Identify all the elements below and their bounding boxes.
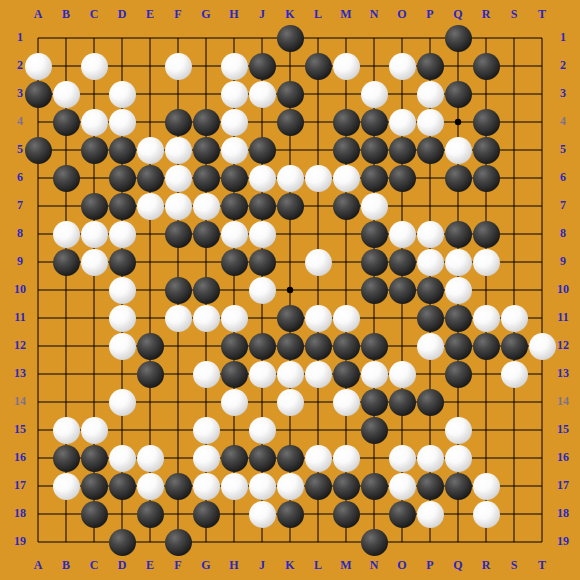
intersection-G19[interactable]: [192, 528, 220, 556]
intersection-M5[interactable]: [332, 136, 360, 164]
intersection-O10[interactable]: [388, 276, 416, 304]
intersection-M8[interactable]: [332, 220, 360, 248]
intersection-F15[interactable]: [164, 416, 192, 444]
intersection-M12[interactable]: [332, 332, 360, 360]
intersection-D15[interactable]: [108, 416, 136, 444]
intersection-T16[interactable]: [528, 444, 556, 472]
intersection-J3[interactable]: [248, 80, 276, 108]
intersection-N5[interactable]: [360, 136, 388, 164]
intersection-O1[interactable]: [388, 24, 416, 52]
intersection-L8[interactable]: [304, 220, 332, 248]
intersection-O12[interactable]: [388, 332, 416, 360]
intersection-Q19[interactable]: [444, 528, 472, 556]
intersection-T14[interactable]: [528, 388, 556, 416]
intersection-K16[interactable]: [276, 444, 304, 472]
intersection-O13[interactable]: [388, 360, 416, 388]
intersection-D16[interactable]: [108, 444, 136, 472]
intersection-S18[interactable]: [500, 500, 528, 528]
intersection-M18[interactable]: [332, 500, 360, 528]
intersection-D8[interactable]: [108, 220, 136, 248]
intersection-Q2[interactable]: [444, 52, 472, 80]
intersection-L11[interactable]: [304, 304, 332, 332]
intersection-G7[interactable]: [192, 192, 220, 220]
intersection-Q1[interactable]: [444, 24, 472, 52]
intersection-N10[interactable]: [360, 276, 388, 304]
intersection-A1[interactable]: [24, 24, 52, 52]
intersection-R13[interactable]: [472, 360, 500, 388]
intersection-J10[interactable]: [248, 276, 276, 304]
intersection-M14[interactable]: [332, 388, 360, 416]
intersection-K13[interactable]: [276, 360, 304, 388]
intersection-L15[interactable]: [304, 416, 332, 444]
intersection-D12[interactable]: [108, 332, 136, 360]
intersection-Q3[interactable]: [444, 80, 472, 108]
intersection-T8[interactable]: [528, 220, 556, 248]
intersection-O7[interactable]: [388, 192, 416, 220]
intersection-S13[interactable]: [500, 360, 528, 388]
intersection-L1[interactable]: [304, 24, 332, 52]
intersection-K7[interactable]: [276, 192, 304, 220]
intersection-Q9[interactable]: [444, 248, 472, 276]
intersection-N14[interactable]: [360, 388, 388, 416]
intersection-N3[interactable]: [360, 80, 388, 108]
intersection-O14[interactable]: [388, 388, 416, 416]
intersection-N9[interactable]: [360, 248, 388, 276]
intersection-B10[interactable]: [52, 276, 80, 304]
intersection-S15[interactable]: [500, 416, 528, 444]
intersection-K10[interactable]: [276, 276, 304, 304]
intersection-J8[interactable]: [248, 220, 276, 248]
intersection-J17[interactable]: [248, 472, 276, 500]
intersection-D18[interactable]: [108, 500, 136, 528]
intersection-C11[interactable]: [80, 304, 108, 332]
intersection-K4[interactable]: [276, 108, 304, 136]
intersection-C9[interactable]: [80, 248, 108, 276]
intersection-Q10[interactable]: [444, 276, 472, 304]
intersection-H19[interactable]: [220, 528, 248, 556]
intersection-L19[interactable]: [304, 528, 332, 556]
intersection-C10[interactable]: [80, 276, 108, 304]
intersection-T15[interactable]: [528, 416, 556, 444]
intersection-A19[interactable]: [24, 528, 52, 556]
intersection-F10[interactable]: [164, 276, 192, 304]
intersection-S8[interactable]: [500, 220, 528, 248]
intersection-J2[interactable]: [248, 52, 276, 80]
intersection-O15[interactable]: [388, 416, 416, 444]
intersection-S16[interactable]: [500, 444, 528, 472]
intersection-D9[interactable]: [108, 248, 136, 276]
intersection-R8[interactable]: [472, 220, 500, 248]
intersection-E6[interactable]: [136, 164, 164, 192]
intersection-S17[interactable]: [500, 472, 528, 500]
intersection-B8[interactable]: [52, 220, 80, 248]
intersection-A15[interactable]: [24, 416, 52, 444]
intersection-O8[interactable]: [388, 220, 416, 248]
intersection-F3[interactable]: [164, 80, 192, 108]
intersection-G17[interactable]: [192, 472, 220, 500]
intersection-Q6[interactable]: [444, 164, 472, 192]
intersection-Q11[interactable]: [444, 304, 472, 332]
intersection-N12[interactable]: [360, 332, 388, 360]
intersection-H17[interactable]: [220, 472, 248, 500]
intersection-E13[interactable]: [136, 360, 164, 388]
intersection-Q5[interactable]: [444, 136, 472, 164]
intersection-G14[interactable]: [192, 388, 220, 416]
intersection-T2[interactable]: [528, 52, 556, 80]
intersection-M16[interactable]: [332, 444, 360, 472]
intersection-N17[interactable]: [360, 472, 388, 500]
intersection-J14[interactable]: [248, 388, 276, 416]
intersection-T9[interactable]: [528, 248, 556, 276]
intersection-S7[interactable]: [500, 192, 528, 220]
intersection-C7[interactable]: [80, 192, 108, 220]
intersection-T18[interactable]: [528, 500, 556, 528]
intersection-P17[interactable]: [416, 472, 444, 500]
intersection-P6[interactable]: [416, 164, 444, 192]
intersection-E10[interactable]: [136, 276, 164, 304]
intersection-N19[interactable]: [360, 528, 388, 556]
intersection-K19[interactable]: [276, 528, 304, 556]
intersection-D6[interactable]: [108, 164, 136, 192]
intersection-N18[interactable]: [360, 500, 388, 528]
intersection-J16[interactable]: [248, 444, 276, 472]
intersection-P12[interactable]: [416, 332, 444, 360]
intersection-F18[interactable]: [164, 500, 192, 528]
intersection-B18[interactable]: [52, 500, 80, 528]
intersection-P16[interactable]: [416, 444, 444, 472]
intersection-B11[interactable]: [52, 304, 80, 332]
intersection-Q8[interactable]: [444, 220, 472, 248]
intersection-K6[interactable]: [276, 164, 304, 192]
intersection-S14[interactable]: [500, 388, 528, 416]
intersection-O2[interactable]: [388, 52, 416, 80]
intersection-G4[interactable]: [192, 108, 220, 136]
intersection-J11[interactable]: [248, 304, 276, 332]
intersection-O19[interactable]: [388, 528, 416, 556]
intersection-G13[interactable]: [192, 360, 220, 388]
intersection-S19[interactable]: [500, 528, 528, 556]
intersection-K3[interactable]: [276, 80, 304, 108]
intersection-D13[interactable]: [108, 360, 136, 388]
intersection-M17[interactable]: [332, 472, 360, 500]
intersection-R10[interactable]: [472, 276, 500, 304]
intersection-M3[interactable]: [332, 80, 360, 108]
intersection-B9[interactable]: [52, 248, 80, 276]
intersection-N13[interactable]: [360, 360, 388, 388]
intersection-N8[interactable]: [360, 220, 388, 248]
intersection-E2[interactable]: [136, 52, 164, 80]
intersection-K1[interactable]: [276, 24, 304, 52]
intersection-J7[interactable]: [248, 192, 276, 220]
intersection-H8[interactable]: [220, 220, 248, 248]
intersection-P14[interactable]: [416, 388, 444, 416]
intersection-F11[interactable]: [164, 304, 192, 332]
intersection-P11[interactable]: [416, 304, 444, 332]
intersection-B17[interactable]: [52, 472, 80, 500]
intersection-G10[interactable]: [192, 276, 220, 304]
intersection-G16[interactable]: [192, 444, 220, 472]
intersection-J6[interactable]: [248, 164, 276, 192]
intersection-T5[interactable]: [528, 136, 556, 164]
intersection-J1[interactable]: [248, 24, 276, 52]
intersection-L4[interactable]: [304, 108, 332, 136]
intersection-H12[interactable]: [220, 332, 248, 360]
intersection-N2[interactable]: [360, 52, 388, 80]
intersection-F1[interactable]: [164, 24, 192, 52]
intersection-F4[interactable]: [164, 108, 192, 136]
intersection-A7[interactable]: [24, 192, 52, 220]
intersection-S5[interactable]: [500, 136, 528, 164]
intersection-O9[interactable]: [388, 248, 416, 276]
intersection-H9[interactable]: [220, 248, 248, 276]
intersection-O6[interactable]: [388, 164, 416, 192]
intersection-L13[interactable]: [304, 360, 332, 388]
intersection-G5[interactable]: [192, 136, 220, 164]
intersection-B6[interactable]: [52, 164, 80, 192]
intersection-S10[interactable]: [500, 276, 528, 304]
intersection-R12[interactable]: [472, 332, 500, 360]
intersection-M15[interactable]: [332, 416, 360, 444]
intersection-L2[interactable]: [304, 52, 332, 80]
intersection-H7[interactable]: [220, 192, 248, 220]
intersection-D1[interactable]: [108, 24, 136, 52]
intersection-F8[interactable]: [164, 220, 192, 248]
intersection-J19[interactable]: [248, 528, 276, 556]
intersection-J15[interactable]: [248, 416, 276, 444]
intersection-R7[interactable]: [472, 192, 500, 220]
intersection-D7[interactable]: [108, 192, 136, 220]
intersection-S6[interactable]: [500, 164, 528, 192]
intersection-L14[interactable]: [304, 388, 332, 416]
intersection-H6[interactable]: [220, 164, 248, 192]
intersection-K17[interactable]: [276, 472, 304, 500]
intersection-M6[interactable]: [332, 164, 360, 192]
intersection-G3[interactable]: [192, 80, 220, 108]
intersection-R11[interactable]: [472, 304, 500, 332]
intersection-A6[interactable]: [24, 164, 52, 192]
intersection-K18[interactable]: [276, 500, 304, 528]
intersection-T4[interactable]: [528, 108, 556, 136]
intersection-O3[interactable]: [388, 80, 416, 108]
intersection-E3[interactable]: [136, 80, 164, 108]
intersection-A16[interactable]: [24, 444, 52, 472]
intersection-H11[interactable]: [220, 304, 248, 332]
intersection-R14[interactable]: [472, 388, 500, 416]
intersection-M7[interactable]: [332, 192, 360, 220]
intersection-P2[interactable]: [416, 52, 444, 80]
intersection-C17[interactable]: [80, 472, 108, 500]
intersection-D2[interactable]: [108, 52, 136, 80]
intersection-Q12[interactable]: [444, 332, 472, 360]
intersection-Q17[interactable]: [444, 472, 472, 500]
intersection-M2[interactable]: [332, 52, 360, 80]
intersection-R6[interactable]: [472, 164, 500, 192]
intersection-L17[interactable]: [304, 472, 332, 500]
intersection-E11[interactable]: [136, 304, 164, 332]
intersection-P4[interactable]: [416, 108, 444, 136]
intersection-A18[interactable]: [24, 500, 52, 528]
intersection-A12[interactable]: [24, 332, 52, 360]
intersection-F13[interactable]: [164, 360, 192, 388]
intersection-G1[interactable]: [192, 24, 220, 52]
intersection-P1[interactable]: [416, 24, 444, 52]
intersection-B3[interactable]: [52, 80, 80, 108]
intersection-T17[interactable]: [528, 472, 556, 500]
intersection-L18[interactable]: [304, 500, 332, 528]
intersection-P10[interactable]: [416, 276, 444, 304]
intersection-T19[interactable]: [528, 528, 556, 556]
intersection-M11[interactable]: [332, 304, 360, 332]
intersection-H10[interactable]: [220, 276, 248, 304]
intersection-B4[interactable]: [52, 108, 80, 136]
intersection-R15[interactable]: [472, 416, 500, 444]
intersection-R9[interactable]: [472, 248, 500, 276]
intersection-L3[interactable]: [304, 80, 332, 108]
intersection-L16[interactable]: [304, 444, 332, 472]
intersection-E1[interactable]: [136, 24, 164, 52]
intersection-H1[interactable]: [220, 24, 248, 52]
intersection-B14[interactable]: [52, 388, 80, 416]
intersection-G8[interactable]: [192, 220, 220, 248]
intersection-B12[interactable]: [52, 332, 80, 360]
intersection-A8[interactable]: [24, 220, 52, 248]
intersection-A17[interactable]: [24, 472, 52, 500]
intersection-Q16[interactable]: [444, 444, 472, 472]
intersection-R17[interactable]: [472, 472, 500, 500]
intersection-K2[interactable]: [276, 52, 304, 80]
intersection-F7[interactable]: [164, 192, 192, 220]
intersection-M4[interactable]: [332, 108, 360, 136]
intersection-G15[interactable]: [192, 416, 220, 444]
intersection-C8[interactable]: [80, 220, 108, 248]
intersection-A13[interactable]: [24, 360, 52, 388]
intersection-H15[interactable]: [220, 416, 248, 444]
intersection-B19[interactable]: [52, 528, 80, 556]
intersection-E17[interactable]: [136, 472, 164, 500]
intersection-R5[interactable]: [472, 136, 500, 164]
intersection-G18[interactable]: [192, 500, 220, 528]
intersection-F6[interactable]: [164, 164, 192, 192]
intersection-D5[interactable]: [108, 136, 136, 164]
intersection-B15[interactable]: [52, 416, 80, 444]
intersection-D11[interactable]: [108, 304, 136, 332]
intersection-N4[interactable]: [360, 108, 388, 136]
intersection-P8[interactable]: [416, 220, 444, 248]
intersection-T1[interactable]: [528, 24, 556, 52]
intersection-H5[interactable]: [220, 136, 248, 164]
intersection-P5[interactable]: [416, 136, 444, 164]
intersection-G11[interactable]: [192, 304, 220, 332]
intersection-T12[interactable]: [528, 332, 556, 360]
intersection-T10[interactable]: [528, 276, 556, 304]
intersection-Q7[interactable]: [444, 192, 472, 220]
intersection-A3[interactable]: [24, 80, 52, 108]
intersection-Q14[interactable]: [444, 388, 472, 416]
intersection-L10[interactable]: [304, 276, 332, 304]
intersection-J4[interactable]: [248, 108, 276, 136]
intersection-A2[interactable]: [24, 52, 52, 80]
intersection-E15[interactable]: [136, 416, 164, 444]
intersection-A14[interactable]: [24, 388, 52, 416]
intersection-C12[interactable]: [80, 332, 108, 360]
intersection-H3[interactable]: [220, 80, 248, 108]
intersection-B2[interactable]: [52, 52, 80, 80]
intersection-F12[interactable]: [164, 332, 192, 360]
intersection-T3[interactable]: [528, 80, 556, 108]
intersection-C19[interactable]: [80, 528, 108, 556]
intersection-C5[interactable]: [80, 136, 108, 164]
intersection-K9[interactable]: [276, 248, 304, 276]
intersection-G12[interactable]: [192, 332, 220, 360]
intersection-P15[interactable]: [416, 416, 444, 444]
intersection-H18[interactable]: [220, 500, 248, 528]
intersection-N1[interactable]: [360, 24, 388, 52]
intersection-F2[interactable]: [164, 52, 192, 80]
intersection-E8[interactable]: [136, 220, 164, 248]
intersection-F5[interactable]: [164, 136, 192, 164]
intersection-S11[interactable]: [500, 304, 528, 332]
intersection-A11[interactable]: [24, 304, 52, 332]
intersection-O11[interactable]: [388, 304, 416, 332]
intersection-J12[interactable]: [248, 332, 276, 360]
intersection-M13[interactable]: [332, 360, 360, 388]
intersection-K5[interactable]: [276, 136, 304, 164]
intersection-O5[interactable]: [388, 136, 416, 164]
intersection-D3[interactable]: [108, 80, 136, 108]
intersection-S4[interactable]: [500, 108, 528, 136]
intersection-D4[interactable]: [108, 108, 136, 136]
intersection-A4[interactable]: [24, 108, 52, 136]
intersection-O18[interactable]: [388, 500, 416, 528]
intersection-C13[interactable]: [80, 360, 108, 388]
intersection-E5[interactable]: [136, 136, 164, 164]
intersection-C4[interactable]: [80, 108, 108, 136]
intersection-O4[interactable]: [388, 108, 416, 136]
intersection-R16[interactable]: [472, 444, 500, 472]
intersection-P19[interactable]: [416, 528, 444, 556]
intersection-O17[interactable]: [388, 472, 416, 500]
intersection-F17[interactable]: [164, 472, 192, 500]
intersection-R4[interactable]: [472, 108, 500, 136]
intersection-C6[interactable]: [80, 164, 108, 192]
intersection-L6[interactable]: [304, 164, 332, 192]
intersection-A10[interactable]: [24, 276, 52, 304]
intersection-C2[interactable]: [80, 52, 108, 80]
intersection-N11[interactable]: [360, 304, 388, 332]
intersection-K15[interactable]: [276, 416, 304, 444]
intersection-L9[interactable]: [304, 248, 332, 276]
intersection-F14[interactable]: [164, 388, 192, 416]
intersection-H16[interactable]: [220, 444, 248, 472]
intersection-K14[interactable]: [276, 388, 304, 416]
intersection-B5[interactable]: [52, 136, 80, 164]
intersection-S3[interactable]: [500, 80, 528, 108]
intersection-B1[interactable]: [52, 24, 80, 52]
intersection-Q18[interactable]: [444, 500, 472, 528]
intersection-L7[interactable]: [304, 192, 332, 220]
intersection-S2[interactable]: [500, 52, 528, 80]
intersection-F19[interactable]: [164, 528, 192, 556]
intersection-T7[interactable]: [528, 192, 556, 220]
intersection-M19[interactable]: [332, 528, 360, 556]
intersection-B13[interactable]: [52, 360, 80, 388]
intersection-N7[interactable]: [360, 192, 388, 220]
intersection-K11[interactable]: [276, 304, 304, 332]
intersection-F9[interactable]: [164, 248, 192, 276]
intersection-C3[interactable]: [80, 80, 108, 108]
intersection-E7[interactable]: [136, 192, 164, 220]
intersection-R3[interactable]: [472, 80, 500, 108]
